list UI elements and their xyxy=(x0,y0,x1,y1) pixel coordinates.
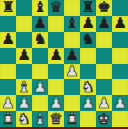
white-knight[interactable]: ♞ xyxy=(17,111,30,126)
square-f8[interactable]: ♜ xyxy=(80,0,96,16)
white-bishop[interactable]: ♝ xyxy=(33,111,46,126)
square-h2[interactable]: ♟ xyxy=(112,95,128,111)
white-king[interactable]: ♚ xyxy=(97,111,110,126)
chess-board: ♜♝♛♜♚♟♝♟♟♟♟♞♞♟♟♟♟♝♟♞♟♟♟♟♟♟♜♞♝♛♜♚ xyxy=(0,0,128,127)
white-queen[interactable]: ♛ xyxy=(49,111,62,126)
square-d8[interactable]: ♛ xyxy=(48,0,64,16)
square-b6[interactable] xyxy=(16,32,32,48)
square-b8[interactable] xyxy=(16,0,32,16)
square-g7[interactable]: ♟ xyxy=(96,16,112,32)
black-pawn[interactable]: ♟ xyxy=(113,16,126,31)
square-e3[interactable] xyxy=(64,79,80,95)
square-f5[interactable] xyxy=(80,48,96,64)
white-knight[interactable]: ♞ xyxy=(81,79,94,94)
black-rook[interactable]: ♜ xyxy=(81,0,94,15)
white-pawn[interactable]: ♟ xyxy=(1,95,14,110)
square-b7[interactable] xyxy=(16,16,32,32)
square-d4[interactable] xyxy=(48,64,64,80)
black-pawn[interactable]: ♟ xyxy=(49,48,62,63)
square-a6[interactable]: ♟ xyxy=(0,32,16,48)
square-e8[interactable] xyxy=(64,0,80,16)
square-d1[interactable]: ♛ xyxy=(48,111,64,127)
square-a2[interactable]: ♟ xyxy=(0,95,16,111)
white-rook[interactable]: ♜ xyxy=(1,111,14,126)
square-b3[interactable]: ♝ xyxy=(16,79,32,95)
square-c6[interactable]: ♞ xyxy=(32,32,48,48)
square-h8[interactable] xyxy=(112,0,128,16)
square-a3[interactable] xyxy=(0,79,16,95)
square-e2[interactable] xyxy=(64,95,80,111)
square-c7[interactable]: ♟ xyxy=(32,16,48,32)
square-f7[interactable]: ♟ xyxy=(80,16,96,32)
black-pawn[interactable]: ♟ xyxy=(17,48,30,63)
square-c4[interactable] xyxy=(32,64,48,80)
square-a1[interactable]: ♜ xyxy=(0,111,16,127)
square-a8[interactable]: ♜ xyxy=(0,0,16,16)
white-pawn[interactable]: ♟ xyxy=(65,64,78,79)
black-pawn[interactable]: ♟ xyxy=(97,16,110,31)
black-pawn[interactable]: ♟ xyxy=(33,16,46,31)
square-c1[interactable]: ♝ xyxy=(32,111,48,127)
square-d3[interactable] xyxy=(48,79,64,95)
square-g4[interactable] xyxy=(96,64,112,80)
square-d5[interactable]: ♟ xyxy=(48,48,64,64)
black-bishop[interactable]: ♝ xyxy=(33,0,46,15)
square-f1[interactable] xyxy=(80,111,96,127)
square-d6[interactable] xyxy=(48,32,64,48)
square-e4[interactable]: ♟ xyxy=(64,64,80,80)
square-e6[interactable] xyxy=(64,32,80,48)
black-pawn[interactable]: ♟ xyxy=(65,48,78,63)
square-f3[interactable]: ♞ xyxy=(80,79,96,95)
white-pawn[interactable]: ♟ xyxy=(49,95,62,110)
square-c2[interactable] xyxy=(32,95,48,111)
square-f6[interactable]: ♞ xyxy=(80,32,96,48)
square-h1[interactable] xyxy=(112,111,128,127)
white-pawn[interactable]: ♟ xyxy=(17,95,30,110)
square-g3[interactable] xyxy=(96,79,112,95)
square-b1[interactable]: ♞ xyxy=(16,111,32,127)
square-b5[interactable]: ♟ xyxy=(16,48,32,64)
square-b2[interactable]: ♟ xyxy=(16,95,32,111)
black-knight[interactable]: ♞ xyxy=(81,32,94,47)
black-bishop[interactable]: ♝ xyxy=(65,16,78,31)
square-e7[interactable]: ♝ xyxy=(64,16,80,32)
square-g5[interactable] xyxy=(96,48,112,64)
square-a5[interactable] xyxy=(0,48,16,64)
square-a4[interactable] xyxy=(0,64,16,80)
white-bishop[interactable]: ♝ xyxy=(17,79,30,94)
white-pawn[interactable]: ♟ xyxy=(81,95,94,110)
square-c8[interactable]: ♝ xyxy=(32,0,48,16)
white-pawn[interactable]: ♟ xyxy=(113,95,126,110)
square-f2[interactable]: ♟ xyxy=(80,95,96,111)
square-h4[interactable] xyxy=(112,64,128,80)
square-g2[interactable]: ♟ xyxy=(96,95,112,111)
white-pawn[interactable]: ♟ xyxy=(33,79,46,94)
square-c3[interactable]: ♟ xyxy=(32,79,48,95)
square-e1[interactable]: ♜ xyxy=(64,111,80,127)
black-queen[interactable]: ♛ xyxy=(49,0,62,15)
black-pawn[interactable]: ♟ xyxy=(81,16,94,31)
black-knight[interactable]: ♞ xyxy=(33,32,46,47)
square-d7[interactable] xyxy=(48,16,64,32)
black-king[interactable]: ♚ xyxy=(97,0,110,15)
square-h7[interactable]: ♟ xyxy=(112,16,128,32)
square-h3[interactable] xyxy=(112,79,128,95)
white-pawn[interactable]: ♟ xyxy=(97,95,110,110)
white-rook[interactable]: ♜ xyxy=(65,111,78,126)
square-a7[interactable] xyxy=(0,16,16,32)
square-f4[interactable] xyxy=(80,64,96,80)
square-b4[interactable] xyxy=(16,64,32,80)
square-g1[interactable]: ♚ xyxy=(96,111,112,127)
chess-board-screenshot: ♜♝♛♜♚♟♝♟♟♟♟♞♞♟♟♟♟♝♟♞♟♟♟♟♟♟♜♞♝♛♜♚ xyxy=(0,0,128,129)
square-h5[interactable] xyxy=(112,48,128,64)
square-d2[interactable]: ♟ xyxy=(48,95,64,111)
square-g6[interactable] xyxy=(96,32,112,48)
black-pawn[interactable]: ♟ xyxy=(1,32,14,47)
board-bottom-edge xyxy=(0,127,128,129)
square-e5[interactable]: ♟ xyxy=(64,48,80,64)
square-h6[interactable] xyxy=(112,32,128,48)
square-c5[interactable] xyxy=(32,48,48,64)
black-rook[interactable]: ♜ xyxy=(1,0,14,15)
square-g8[interactable]: ♚ xyxy=(96,0,112,16)
